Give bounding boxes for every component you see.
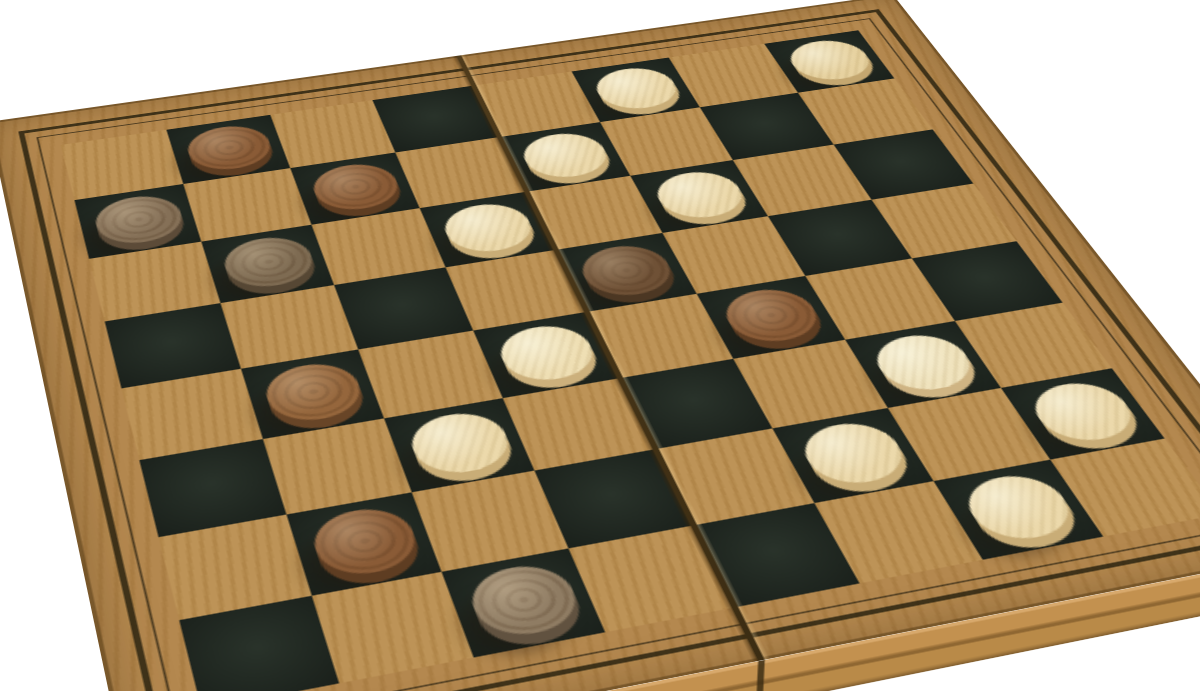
dark-checker-c8[interactable]: [461, 558, 586, 641]
dark-checker-b1[interactable]: [181, 121, 275, 174]
dark-checker-b3[interactable]: [217, 232, 318, 292]
square-b7[interactable]: [286, 492, 441, 595]
square-a5[interactable]: [121, 368, 263, 459]
square-g6[interactable]: [845, 320, 1001, 407]
dark-checker-c2[interactable]: [306, 159, 405, 214]
square-c5[interactable]: [358, 330, 503, 418]
square-a4[interactable]: [105, 303, 241, 388]
square-e7[interactable]: [655, 428, 815, 525]
square-g7[interactable]: [888, 387, 1050, 480]
square-b6[interactable]: [263, 418, 412, 514]
dark-checker-f5[interactable]: [714, 283, 827, 346]
square-h7[interactable]: [1001, 368, 1165, 459]
square-d7[interactable]: [534, 449, 692, 548]
light-checker-g6[interactable]: [863, 329, 982, 395]
board-caption: checkers (draughts) — folding wooden boa…: [0, 0, 1, 1]
square-c6[interactable]: [384, 398, 534, 492]
light-checker-e2[interactable]: [514, 128, 614, 181]
square-b5[interactable]: [241, 349, 384, 439]
light-checker-h1[interactable]: [779, 36, 878, 84]
square-f7[interactable]: [772, 407, 933, 502]
dark-checker-b5[interactable]: [258, 357, 367, 425]
checkerboard-grid: [61, 30, 1200, 691]
checkers-board: [0, 0, 1200, 691]
hinge-seam-front: [756, 659, 765, 691]
square-e6[interactable]: [619, 358, 772, 448]
dark-checker-e4[interactable]: [572, 240, 680, 300]
light-checker-f7[interactable]: [791, 416, 914, 488]
light-checker-h7[interactable]: [1020, 376, 1145, 446]
light-checker-d3[interactable]: [436, 198, 539, 256]
square-a8[interactable]: [179, 595, 339, 691]
square-h6[interactable]: [955, 302, 1112, 387]
photo-scene: checkers (draughts) — folding wooden boa…: [0, 0, 1200, 691]
light-checker-f1[interactable]: [587, 63, 685, 112]
square-b8[interactable]: [312, 571, 474, 683]
square-a6[interactable]: [139, 439, 286, 537]
light-checker-f3[interactable]: [646, 166, 751, 221]
square-e8[interactable]: [693, 503, 860, 607]
square-a7[interactable]: [159, 514, 312, 620]
light-checker-g8[interactable]: [953, 468, 1082, 544]
light-checker-c6[interactable]: [402, 406, 517, 478]
square-f6[interactable]: [733, 339, 888, 428]
dark-checker-a2[interactable]: [90, 190, 187, 247]
square-h8[interactable]: [1050, 438, 1200, 536]
square-d6[interactable]: [503, 378, 655, 470]
square-d5[interactable]: [473, 312, 619, 398]
square-g8[interactable]: [934, 459, 1104, 559]
square-d8[interactable]: [568, 525, 733, 632]
dark-checker-b7[interactable]: [305, 501, 423, 580]
square-f8[interactable]: [814, 481, 982, 583]
square-c7[interactable]: [412, 470, 569, 571]
light-checker-d5[interactable]: [490, 320, 601, 386]
board-top-surface: [0, 0, 1200, 691]
square-c8[interactable]: [442, 548, 606, 657]
